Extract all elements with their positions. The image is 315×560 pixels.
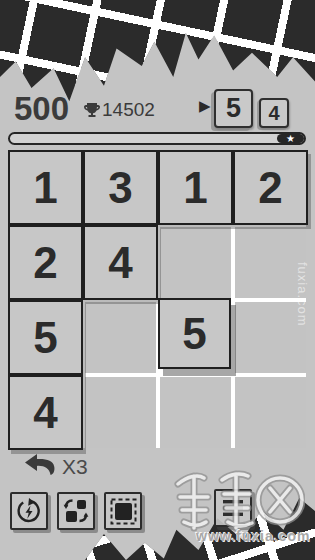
- undo-arrow-icon[interactable]: [24, 453, 56, 480]
- board-cell-r4c1[interactable]: 4: [8, 375, 83, 450]
- board-cell-r3c1[interactable]: 5: [8, 300, 83, 375]
- star-icon: ★: [286, 134, 295, 144]
- side-watermark: fuxia.com: [295, 262, 310, 327]
- swap-tiles-button[interactable]: [57, 492, 95, 530]
- board-cell-r4c2[interactable]: [85, 377, 156, 448]
- board-cell-r4c4[interactable]: [235, 377, 306, 448]
- board-cell-r1c4[interactable]: 2: [233, 150, 308, 225]
- game-screen: 500 14502 ▶ 5 4 ★ 1 3 1 2 2 4 5 5 4: [0, 0, 315, 560]
- board-cell-r2c2[interactable]: 4: [83, 225, 158, 300]
- best-score-value: 14502: [102, 99, 155, 121]
- next-tile-primary: 5: [214, 89, 253, 128]
- undo-control[interactable]: X3: [24, 453, 88, 480]
- next-tile-secondary: 4: [259, 98, 289, 128]
- dashed-square-icon: [110, 498, 137, 525]
- star-goal-badge: ★: [277, 134, 304, 143]
- undo-count-label: X3: [62, 455, 88, 479]
- board-cell-r2c1[interactable]: 2: [8, 225, 83, 300]
- board-cell-r3c2[interactable]: [85, 302, 156, 373]
- board-cell-r4c3[interactable]: [160, 377, 231, 448]
- lightning-circle-icon: [16, 498, 42, 524]
- level-progress-bar: ★: [8, 132, 306, 145]
- next-queue-arrow-icon: ▶: [199, 97, 211, 115]
- score-value: 500: [14, 90, 69, 128]
- board-cell-r3c3[interactable]: 5: [158, 298, 231, 369]
- swap-arrows-icon: [63, 498, 89, 524]
- puzzle-board[interactable]: 1 3 1 2 2 4 5 5 4: [10, 152, 306, 448]
- block-tile-button[interactable]: [104, 492, 142, 530]
- board-cell-r1c2[interactable]: 3: [83, 150, 158, 225]
- best-score: 14502: [84, 99, 155, 121]
- board-cell-r1c1[interactable]: 1: [8, 150, 83, 225]
- trophy-icon: [84, 102, 100, 119]
- board-cell-r1c3[interactable]: 1: [158, 150, 233, 225]
- board-cell-r2c3[interactable]: [160, 227, 231, 298]
- boost-restart-button[interactable]: [10, 492, 48, 530]
- watermark-url: www.fuxia.com: [196, 528, 310, 544]
